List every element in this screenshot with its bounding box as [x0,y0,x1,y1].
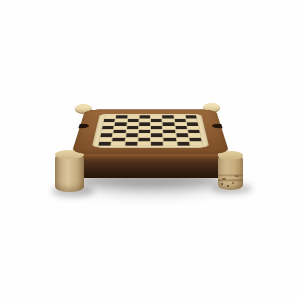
square-d1 [138,142,150,146]
front-left-leg [55,151,84,192]
board-photo [0,0,298,298]
box-front-face [74,156,227,178]
square-f1 [164,142,176,146]
board-top [71,109,229,154]
right-finger-notch-icon [211,124,222,129]
square-c1 [125,142,137,146]
left-finger-notch-icon [78,124,89,129]
square-b1 [112,142,124,146]
walnut-frame [71,109,229,154]
front-right-leg [218,153,243,190]
square-g1 [177,142,189,146]
square-h1 [190,142,203,146]
square-e1 [151,142,163,146]
square-a1 [99,142,112,146]
checkerboard [97,115,203,146]
